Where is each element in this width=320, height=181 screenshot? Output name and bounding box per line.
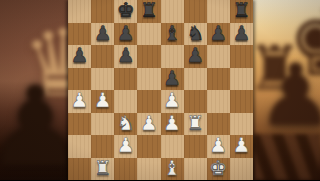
square-a3[interactable] (68, 113, 91, 136)
square-b7[interactable]: ♟ (91, 23, 114, 46)
square-a2[interactable] (68, 135, 91, 158)
square-h8[interactable]: ♜ (230, 0, 253, 23)
square-a8[interactable] (68, 0, 91, 23)
square-a5[interactable] (68, 68, 91, 91)
black-pawn[interactable]: ♟ (71, 45, 89, 65)
black-king[interactable]: ♚ (117, 0, 135, 20)
white-pawn[interactable]: ♟ (140, 113, 158, 133)
square-f1[interactable] (184, 158, 207, 181)
square-f3[interactable]: ♜ (184, 113, 207, 136)
square-b3[interactable] (91, 113, 114, 136)
square-f8[interactable] (184, 0, 207, 23)
square-d5[interactable] (137, 68, 160, 91)
chess-thumbnail: ♛ ♟ ♜ ♚ ♟ ♚♜♜♟♟♝♞♟♟♟♟♟♟♟♟♟♞♟♟♜♟♟♟♜♝♚ (0, 0, 320, 180)
square-g4[interactable] (207, 90, 230, 113)
square-g7[interactable]: ♟ (207, 23, 230, 46)
chess-board: ♚♜♜♟♟♝♞♟♟♟♟♟♟♟♟♟♞♟♟♜♟♟♟♜♝♚ (68, 0, 253, 180)
square-c5[interactable] (114, 68, 137, 91)
square-b6[interactable] (91, 45, 114, 68)
white-pawn[interactable]: ♟ (71, 90, 89, 110)
square-h7[interactable]: ♟ (230, 23, 253, 46)
square-d2[interactable] (137, 135, 160, 158)
square-g3[interactable] (207, 113, 230, 136)
square-c1[interactable] (114, 158, 137, 181)
black-rook[interactable]: ♜ (140, 0, 158, 20)
square-c7[interactable]: ♟ (114, 23, 137, 46)
square-d3[interactable]: ♟ (137, 113, 160, 136)
square-e7[interactable]: ♝ (161, 23, 184, 46)
square-h2[interactable]: ♟ (230, 135, 253, 158)
square-c2[interactable]: ♟ (114, 135, 137, 158)
white-knight[interactable]: ♞ (117, 113, 135, 133)
square-g2[interactable]: ♟ (207, 135, 230, 158)
square-h3[interactable] (230, 113, 253, 136)
square-d7[interactable] (137, 23, 160, 46)
square-b1[interactable]: ♜ (91, 158, 114, 181)
black-pawn[interactable]: ♟ (94, 23, 112, 43)
square-e4[interactable]: ♟ (161, 90, 184, 113)
background-dark-pawn-icon: ♟ (0, 72, 68, 180)
black-knight[interactable]: ♞ (186, 23, 204, 43)
square-d8[interactable]: ♜ (137, 0, 160, 23)
square-h5[interactable] (230, 68, 253, 91)
square-h6[interactable] (230, 45, 253, 68)
square-h1[interactable] (230, 158, 253, 181)
square-f2[interactable] (184, 135, 207, 158)
square-f6[interactable]: ♟ (184, 45, 207, 68)
square-g8[interactable] (207, 0, 230, 23)
background-dark-pawn-icon: ♟ (257, 52, 320, 138)
black-pawn[interactable]: ♟ (117, 45, 135, 65)
black-bishop[interactable]: ♝ (163, 23, 181, 43)
square-h4[interactable] (230, 90, 253, 113)
square-c6[interactable]: ♟ (114, 45, 137, 68)
photo-background-left: ♛ ♟ (0, 0, 68, 180)
square-e2[interactable] (161, 135, 184, 158)
black-pawn[interactable]: ♟ (117, 23, 135, 43)
square-a7[interactable] (68, 23, 91, 46)
square-f7[interactable]: ♞ (184, 23, 207, 46)
square-g1[interactable]: ♚ (207, 158, 230, 181)
square-e1[interactable]: ♝ (161, 158, 184, 181)
square-a1[interactable] (68, 158, 91, 181)
black-pawn[interactable]: ♟ (232, 23, 250, 43)
white-pawn[interactable]: ♟ (163, 90, 181, 110)
square-g5[interactable] (207, 68, 230, 91)
square-e3[interactable]: ♟ (161, 113, 184, 136)
square-e8[interactable] (161, 0, 184, 23)
white-king[interactable]: ♚ (209, 158, 227, 178)
white-bishop[interactable]: ♝ (163, 158, 181, 178)
black-pawn[interactable]: ♟ (163, 68, 181, 88)
square-b5[interactable] (91, 68, 114, 91)
white-rook[interactable]: ♜ (186, 113, 204, 133)
square-e5[interactable]: ♟ (161, 68, 184, 91)
photo-background-right: ♜ ♚ ♟ (253, 0, 320, 180)
black-pawn[interactable]: ♟ (186, 45, 204, 65)
square-b8[interactable] (91, 0, 114, 23)
square-c8[interactable]: ♚ (114, 0, 137, 23)
square-c4[interactable] (114, 90, 137, 113)
square-b2[interactable] (91, 135, 114, 158)
black-pawn[interactable]: ♟ (209, 23, 227, 43)
white-pawn[interactable]: ♟ (209, 135, 227, 155)
square-d6[interactable] (137, 45, 160, 68)
square-d4[interactable] (137, 90, 160, 113)
square-c3[interactable]: ♞ (114, 113, 137, 136)
black-rook[interactable]: ♜ (232, 0, 250, 20)
square-b4[interactable]: ♟ (91, 90, 114, 113)
white-pawn[interactable]: ♟ (232, 135, 250, 155)
square-a4[interactable]: ♟ (68, 90, 91, 113)
square-f5[interactable] (184, 68, 207, 91)
square-f4[interactable] (184, 90, 207, 113)
square-g6[interactable] (207, 45, 230, 68)
square-d1[interactable] (137, 158, 160, 181)
square-e6[interactable] (161, 45, 184, 68)
square-a6[interactable]: ♟ (68, 45, 91, 68)
white-pawn[interactable]: ♟ (94, 90, 112, 110)
white-rook[interactable]: ♜ (94, 158, 112, 178)
white-pawn[interactable]: ♟ (163, 113, 181, 133)
white-pawn[interactable]: ♟ (117, 135, 135, 155)
